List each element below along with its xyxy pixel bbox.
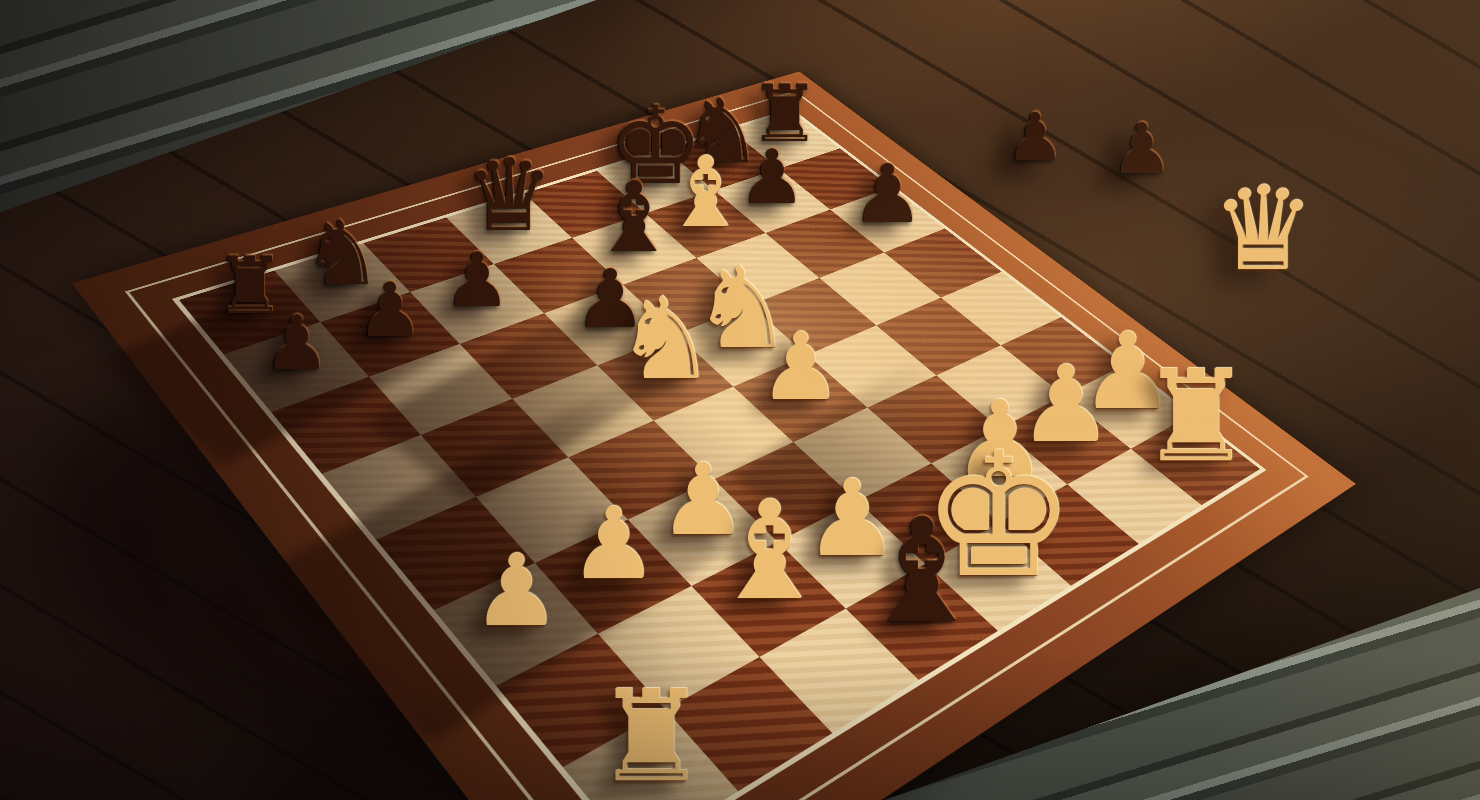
- piece-white-pawn-h3[interactable]: ♟: [472, 541, 561, 640]
- piece-white-rook-a1[interactable]: ♜: [1139, 354, 1252, 480]
- piece-black-pawn-g7[interactable]: ♟: [357, 273, 424, 348]
- piece-white-knight-e5[interactable]: ♞: [615, 283, 716, 396]
- piece-black-pawn-f7[interactable]: ♟: [444, 243, 511, 318]
- piece-black-bishop-e1[interactable]: ♝: [858, 499, 987, 643]
- captured-black-pawn-2[interactable]: ♟: [1111, 114, 1174, 184]
- piece-white-pawn-d4[interactable]: ♟: [759, 321, 842, 414]
- piece-white-rook-h1[interactable]: ♜: [594, 674, 707, 800]
- piece-white-pawn-g3[interactable]: ♟: [569, 493, 658, 592]
- captured-black-pawn-1[interactable]: ♟: [1005, 105, 1064, 171]
- piece-black-queen-e8[interactable]: ♛: [464, 146, 554, 246]
- piece-black-pawn-h7[interactable]: ♟: [263, 306, 330, 381]
- captured-white-queen[interactable]: ♛: [1211, 171, 1315, 287]
- piece-black-pawn-a6[interactable]: ♟: [851, 154, 924, 235]
- piece-white-bishop-f2[interactable]: ♝: [708, 484, 830, 620]
